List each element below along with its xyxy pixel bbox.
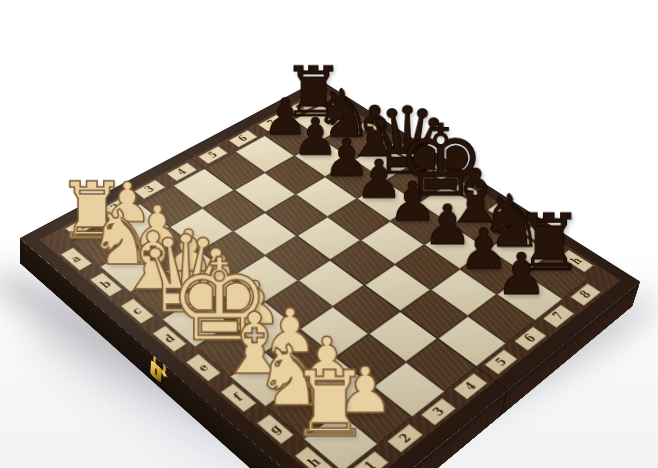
rank-label-left-text: 7	[266, 119, 279, 127]
rank-label-left-text: 8	[294, 104, 307, 112]
file-label-back-text: d	[429, 166, 442, 175]
file-label-back-text: e	[462, 188, 475, 197]
rank-label-left-text: 6	[237, 135, 250, 143]
fold-seam-rim	[500, 390, 508, 417]
perspective-scene: aa88bb77cc66dd55ee44ff33gg22hh11♜♞♝♛♚♝♞♜…	[0, 0, 658, 468]
product-photo: aa88bb77cc66dd55ee44ff33gg22hh11♜♞♝♛♚♝♞♜…	[0, 0, 658, 468]
rank-label-left-text: 5	[207, 151, 220, 159]
file-label-back-text: b	[366, 126, 379, 134]
board-top-surface: aa88bb77cc66dd55ee44ff33gg22hh11♜♞♝♛♚♝♞♜…	[20, 79, 641, 468]
file-label-back-text: c	[397, 146, 410, 154]
rank-label-left-text: 4	[175, 168, 188, 177]
clasp-keyhole-icon	[155, 368, 158, 376]
rank-label-left-text: 3	[143, 185, 156, 194]
file-label-back-text: h	[569, 256, 584, 266]
squares-grid	[70, 105, 589, 468]
file-label-back-text: a	[336, 107, 348, 114]
chess-board: aa88bb77cc66dd55ee44ff33gg22hh11♜♞♝♛♚♝♞♜…	[20, 79, 641, 468]
